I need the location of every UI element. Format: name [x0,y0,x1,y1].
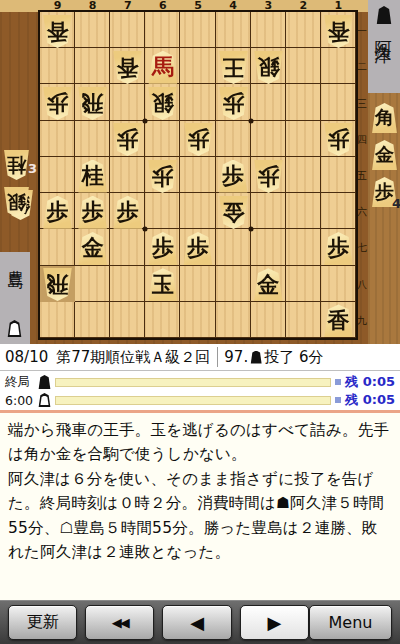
board-cell [180,157,215,193]
time-bar-sente [55,378,331,387]
board-cell [110,84,145,120]
board-cell [180,302,215,338]
board-grid: 香香香馬王銀歩飛銀歩歩歩歩桂歩歩歩歩歩歩金金歩歩歩飛玉金香 [38,10,358,340]
hand-piece: 金 [371,140,398,170]
hand-slot: 金 [371,140,399,171]
star-point [143,118,148,123]
board-cell [145,302,180,338]
board-cell [110,302,145,338]
forward-button[interactable]: ▶ [240,605,309,640]
board-zone: 987654321 一二三四五六七八九 香香香馬王銀歩飛銀歩歩歩歩桂歩歩歩歩歩歩… [0,0,400,344]
board-cell [251,12,286,48]
board-cell [110,229,145,265]
board-cell [286,84,321,120]
game-date: 08/10 [5,348,48,366]
sente-clock-icon [38,375,51,389]
hand-piece-count: 4 [392,197,400,210]
board-cell [40,157,75,193]
board-cell [321,84,356,120]
menu-button[interactable]: Menu [309,605,392,640]
player-plate-gote: 豊島 [0,252,30,344]
sente-move-icon [250,351,262,364]
board-cell [40,302,75,338]
board-cell [216,266,251,302]
time-bar-marker-gote [335,397,341,403]
board-cell [251,121,286,157]
commentary-paragraph: 阿久津は６分を使い、そのまま指さずに投了を告げた。終局時刻は０時２分。消費時間は… [8,467,392,565]
update-button[interactable]: 更新 [8,605,77,640]
board-cell [251,193,286,229]
board-cell [145,193,180,229]
board-cell [40,229,75,265]
move-number: 97. [224,348,248,366]
board-cell [75,266,110,302]
board-cell [286,229,321,265]
next-move-icon: ▶ [267,612,281,633]
board-cell [180,12,215,48]
board-cell [180,266,215,302]
board-cell [75,12,110,48]
board-cell [321,266,356,302]
info-bar: 08/10第77期順位戦Ａ級２回 97. 投了 6分 [0,344,400,371]
clock-row-gote: 6:00 残 0:05 [0,391,400,409]
time-remaining-gote: 残 0:05 [345,391,395,409]
time-bar-marker-sente [335,379,341,385]
button-bar: 更新 ◀◀ ◀ ▶ Menu [0,600,400,644]
sente-piece-icon [376,6,392,24]
board-cell [75,302,110,338]
board-cell [216,12,251,48]
board-cell [251,84,286,120]
clock-row-sente: 終局 残 0:05 [0,373,400,391]
hand-piece: 角 [371,103,398,133]
player-plate-sente: 阿久津 [368,0,400,93]
hand-slot: 銀銀 [3,187,31,218]
player-name-gote: 豊島 [5,257,26,263]
board-cell [180,193,215,229]
hand-piece: 桂 [3,150,30,180]
hand-tray-gote: 桂3銀銀 [0,140,34,252]
gote-clock-icon [38,393,51,407]
previous-move-icon: ◀ [190,612,204,633]
move-info: 97. 投了 6分 [224,348,323,367]
board-cell [286,302,321,338]
board-cell [251,302,286,338]
game-header: 08/10第77期順位戦Ａ級２回 [0,348,210,367]
info-separator [217,347,218,367]
clock-area: 終局 残 0:05 6:00 残 0:05 [0,371,400,410]
board-cell [286,48,321,84]
board-cell [145,12,180,48]
board-cell [321,48,356,84]
board-cell [75,48,110,84]
commentary-panel: 端から飛車の王手。玉を逃げるのはすべて詰み。先手は角か金を合駒で使うしかない。 … [0,413,400,600]
board-cell [110,266,145,302]
star-point [248,118,253,123]
board-cell [110,157,145,193]
board-cell [286,193,321,229]
clock-label-sente: 終局 [5,374,38,391]
board-cell [110,12,145,48]
board-cell [180,84,215,120]
event-title: 第77期順位戦Ａ級２回 [56,348,210,366]
clock-label-gote: 6:00 [5,393,38,408]
player-name-sente: 阿久津 [373,27,396,36]
board-cell [145,121,180,157]
board-cell [40,121,75,157]
board-cell [40,48,75,84]
hand-piece-count: 3 [28,162,37,175]
board-cell [286,266,321,302]
board-cell [286,157,321,193]
board-cell [216,302,251,338]
board-cell [286,121,321,157]
board-cell [75,121,110,157]
hand-slot: 桂3 [3,150,31,181]
app-screen: 987654321 一二三四五六七八九 香香香馬王銀歩飛銀歩歩歩歩桂歩歩歩歩歩歩… [0,0,400,644]
board-cell [180,48,215,84]
board-cell [286,12,321,48]
fast-rewind-icon: ◀◀ [112,615,128,630]
gote-piece-icon [7,320,22,337]
board-cell [321,193,356,229]
star-point [143,227,148,232]
time-bar-gote [55,396,331,405]
board-cell [251,229,286,265]
hand-slot: 角 [371,103,399,134]
back-button[interactable]: ◀ [162,605,231,640]
time-remaining-sente: 残 0:05 [345,373,395,391]
rewind-button[interactable]: ◀◀ [85,605,154,640]
board-cell [321,157,356,193]
move-text: 投了 6分 [264,348,323,367]
hand-slot: 歩4 [371,177,399,208]
board-cell [216,121,251,157]
hand-tray-sente: 角金歩4 [368,93,400,344]
commentary-paragraph: 端から飛車の王手。玉を逃げるのはすべて詰み。先手は角か金を合駒で使うしかない。 [8,418,392,467]
star-point [248,227,253,232]
board-cell [216,229,251,265]
